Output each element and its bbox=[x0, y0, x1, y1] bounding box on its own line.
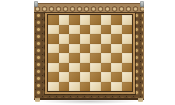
square-f1[interactable] bbox=[101, 82, 112, 92]
square-c1[interactable] bbox=[69, 82, 80, 92]
square-a2[interactable] bbox=[48, 72, 59, 82]
square-a4[interactable] bbox=[48, 53, 59, 63]
square-h2[interactable] bbox=[122, 72, 133, 82]
carved-frame bbox=[34, 11, 144, 100]
square-c6[interactable] bbox=[69, 34, 80, 44]
square-g3[interactable] bbox=[111, 63, 122, 73]
square-d2[interactable] bbox=[80, 72, 91, 82]
square-h5[interactable] bbox=[122, 44, 133, 54]
square-b2[interactable] bbox=[59, 72, 70, 82]
square-a5[interactable] bbox=[48, 44, 59, 54]
square-d5[interactable] bbox=[80, 44, 91, 54]
square-c5[interactable] bbox=[69, 44, 80, 54]
square-d6[interactable] bbox=[80, 34, 91, 44]
square-a3[interactable] bbox=[48, 63, 59, 73]
square-d4[interactable] bbox=[80, 53, 91, 63]
square-b8[interactable] bbox=[59, 15, 70, 25]
square-g8[interactable] bbox=[111, 15, 122, 25]
square-d7[interactable] bbox=[80, 25, 91, 35]
square-h6[interactable] bbox=[122, 34, 133, 44]
square-e5[interactable] bbox=[90, 44, 101, 54]
right-foot bbox=[138, 98, 143, 102]
square-h1[interactable] bbox=[122, 82, 133, 92]
square-a7[interactable] bbox=[48, 25, 59, 35]
square-g7[interactable] bbox=[111, 25, 122, 35]
square-b7[interactable] bbox=[59, 25, 70, 35]
square-e6[interactable] bbox=[90, 34, 101, 44]
square-e1[interactable] bbox=[90, 82, 101, 92]
chess-board bbox=[34, 1, 144, 101]
square-e2[interactable] bbox=[90, 72, 101, 82]
square-d1[interactable] bbox=[80, 82, 91, 92]
square-h4[interactable] bbox=[122, 53, 133, 63]
square-a1[interactable] bbox=[48, 82, 59, 92]
square-g2[interactable] bbox=[111, 72, 122, 82]
square-b5[interactable] bbox=[59, 44, 70, 54]
left-foot bbox=[35, 98, 40, 102]
square-c7[interactable] bbox=[69, 25, 80, 35]
square-b1[interactable] bbox=[59, 82, 70, 92]
square-f2[interactable] bbox=[101, 72, 112, 82]
square-e8[interactable] bbox=[90, 15, 101, 25]
square-c8[interactable] bbox=[69, 15, 80, 25]
square-c4[interactable] bbox=[69, 53, 80, 63]
square-g1[interactable] bbox=[111, 82, 122, 92]
square-f6[interactable] bbox=[101, 34, 112, 44]
carved-top-edge bbox=[34, 3, 144, 13]
square-a8[interactable] bbox=[48, 15, 59, 25]
square-h8[interactable] bbox=[122, 15, 133, 25]
scene bbox=[0, 0, 175, 105]
right-hinge bbox=[140, 1, 144, 7]
square-a6[interactable] bbox=[48, 34, 59, 44]
square-g4[interactable] bbox=[111, 53, 122, 63]
square-f3[interactable] bbox=[101, 63, 112, 73]
square-b6[interactable] bbox=[59, 34, 70, 44]
square-d8[interactable] bbox=[80, 15, 91, 25]
square-f5[interactable] bbox=[101, 44, 112, 54]
square-g6[interactable] bbox=[111, 34, 122, 44]
square-f7[interactable] bbox=[101, 25, 112, 35]
square-h7[interactable] bbox=[122, 25, 133, 35]
left-hinge bbox=[34, 1, 38, 7]
square-e3[interactable] bbox=[90, 63, 101, 73]
square-f8[interactable] bbox=[101, 15, 112, 25]
square-c2[interactable] bbox=[69, 72, 80, 82]
square-e4[interactable] bbox=[90, 53, 101, 63]
square-h3[interactable] bbox=[122, 63, 133, 73]
board-grid bbox=[48, 15, 132, 91]
square-c3[interactable] bbox=[69, 63, 80, 73]
square-e7[interactable] bbox=[90, 25, 101, 35]
square-f4[interactable] bbox=[101, 53, 112, 63]
square-b4[interactable] bbox=[59, 53, 70, 63]
square-d3[interactable] bbox=[80, 63, 91, 73]
square-g5[interactable] bbox=[111, 44, 122, 54]
square-b3[interactable] bbox=[59, 63, 70, 73]
